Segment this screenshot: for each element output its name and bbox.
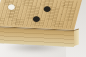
black-stone[interactable]: ● xyxy=(43,5,52,12)
stones-layer: ●●● xyxy=(0,0,86,57)
goban-photo: ●●● xyxy=(0,0,86,57)
black-stone[interactable]: ● xyxy=(32,15,41,22)
white-stone[interactable]: ● xyxy=(7,3,16,10)
